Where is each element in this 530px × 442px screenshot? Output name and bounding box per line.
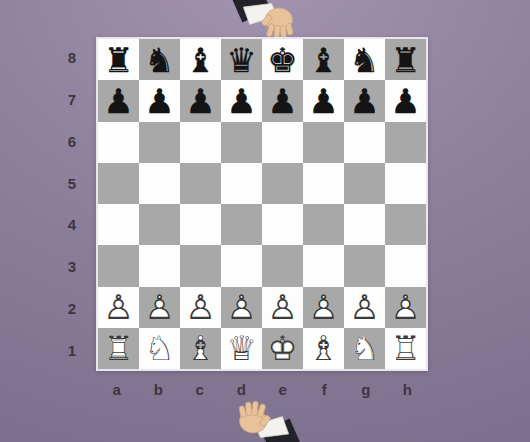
square-a5[interactable] [98,163,139,204]
file-label-f: f [304,374,346,404]
piece-white-king[interactable]: ♚♔ [262,328,303,369]
app-background: { "game": "chess", "position": { "fen": … [0,0,530,442]
square-e1[interactable]: ♚♔ [262,328,303,369]
square-e8[interactable]: ♚ [262,39,303,80]
square-e7[interactable]: ♟ [262,80,303,121]
piece-black-pawn[interactable]: ♟ [385,80,426,121]
square-e2[interactable]: ♟♙ [262,287,303,328]
square-h2[interactable]: ♟♙ [385,287,426,328]
piece-black-pawn[interactable]: ♟ [180,80,221,121]
square-g1[interactable]: ♞♘ [344,328,385,369]
piece-black-bishop[interactable]: ♝ [180,39,221,80]
piece-black-pawn[interactable]: ♟ [139,80,180,121]
square-a1[interactable]: ♜♖ [98,328,139,369]
square-d1[interactable]: ♛♕ [221,328,262,369]
piece-black-knight[interactable]: ♞ [139,39,180,80]
square-c1[interactable]: ♝♗ [180,328,221,369]
chess-board: ♜♞♝♛♚♝♞♜♟♟♟♟♟♟♟♟♟♙♟♙♟♙♟♙♟♙♟♙♟♙♟♙♜♖♞♘♝♗♛♕… [96,37,428,371]
square-f6[interactable] [303,122,344,163]
rank-label-8: 8 [56,37,88,79]
square-e4[interactable] [262,204,303,245]
rank-label-2: 2 [56,288,88,330]
rank-label-5: 5 [56,162,88,204]
square-f5[interactable] [303,163,344,204]
square-d3[interactable] [221,245,262,286]
rank-label-6: 6 [56,121,88,163]
square-c5[interactable] [180,163,221,204]
square-g2[interactable]: ♟♙ [344,287,385,328]
piece-white-bishop[interactable]: ♝♗ [180,328,221,369]
square-b2[interactable]: ♟♙ [139,287,180,328]
square-e5[interactable] [262,163,303,204]
square-h6[interactable] [385,122,426,163]
piece-white-bishop[interactable]: ♝♗ [303,328,344,369]
piece-white-pawn[interactable]: ♟♙ [98,287,139,328]
square-c7[interactable]: ♟ [180,80,221,121]
piece-white-pawn[interactable]: ♟♙ [262,287,303,328]
square-h8[interactable]: ♜ [385,39,426,80]
square-g8[interactable]: ♞ [344,39,385,80]
square-e6[interactable] [262,122,303,163]
rank-label-1: 1 [56,329,88,371]
square-a8[interactable]: ♜ [98,39,139,80]
square-c4[interactable] [180,204,221,245]
piece-white-pawn[interactable]: ♟♙ [385,287,426,328]
square-b5[interactable] [139,163,180,204]
piece-white-knight[interactable]: ♞♘ [344,328,385,369]
piece-white-pawn[interactable]: ♟♙ [221,287,262,328]
square-c8[interactable]: ♝ [180,39,221,80]
square-a3[interactable] [98,245,139,286]
rank-labels: 87654321 [56,37,88,371]
piece-black-bishop[interactable]: ♝ [303,39,344,80]
finger-shape [245,402,251,416]
rank-label-7: 7 [56,79,88,121]
file-label-c: c [179,374,221,404]
square-e3[interactable] [262,245,303,286]
square-a4[interactable] [98,204,139,245]
square-g7[interactable]: ♟ [344,80,385,121]
square-d6[interactable] [221,122,262,163]
piece-black-king[interactable]: ♚ [262,39,303,80]
square-b3[interactable] [139,245,180,286]
opponent-hand-icon [226,0,308,41]
square-b1[interactable]: ♞♘ [139,328,180,369]
square-g3[interactable] [344,245,385,286]
square-b6[interactable] [139,122,180,163]
piece-white-rook[interactable]: ♜♖ [385,328,426,369]
piece-white-rook[interactable]: ♜♖ [98,328,139,369]
square-f8[interactable]: ♝ [303,39,344,80]
piece-white-pawn[interactable]: ♟♙ [180,287,221,328]
square-c6[interactable] [180,122,221,163]
square-d5[interactable] [221,163,262,204]
piece-white-pawn[interactable]: ♟♙ [344,287,385,328]
square-b4[interactable] [139,204,180,245]
piece-black-pawn[interactable]: ♟ [98,80,139,121]
file-label-h: h [387,374,429,404]
piece-black-pawn[interactable]: ♟ [303,80,344,121]
square-g6[interactable] [344,122,385,163]
square-h1[interactable]: ♜♖ [385,328,426,369]
file-label-a: a [96,374,138,404]
finger-shape [286,23,294,36]
square-h4[interactable] [385,204,426,245]
finger-shape [239,405,247,418]
square-b7[interactable]: ♟ [139,80,180,121]
piece-white-pawn[interactable]: ♟♙ [139,287,180,328]
rank-label-3: 3 [56,246,88,288]
piece-white-pawn[interactable]: ♟♙ [303,287,344,328]
piece-white-knight[interactable]: ♞♘ [139,328,180,369]
square-d7[interactable]: ♟ [221,80,262,121]
piece-white-queen[interactable]: ♛♕ [221,328,262,369]
piece-black-pawn[interactable]: ♟ [221,80,262,121]
square-f7[interactable]: ♟ [303,80,344,121]
file-label-g: g [345,374,387,404]
piece-black-knight[interactable]: ♞ [344,39,385,80]
square-f4[interactable] [303,204,344,245]
piece-black-rook[interactable]: ♜ [385,39,426,80]
player-hand-icon [224,400,306,442]
square-d8[interactable]: ♛ [221,39,262,80]
square-c2[interactable]: ♟♙ [180,287,221,328]
square-g5[interactable] [344,163,385,204]
square-h7[interactable]: ♟ [385,80,426,121]
rank-label-4: 4 [56,204,88,246]
piece-black-pawn[interactable]: ♟ [344,80,385,121]
square-d2[interactable]: ♟♙ [221,287,262,328]
square-c3[interactable] [180,245,221,286]
square-f3[interactable] [303,245,344,286]
square-a2[interactable]: ♟♙ [98,287,139,328]
piece-black-queen[interactable]: ♛ [221,39,262,80]
square-f1[interactable]: ♝♗ [303,328,344,369]
square-a7[interactable]: ♟ [98,80,139,121]
piece-black-pawn[interactable]: ♟ [262,80,303,121]
square-h5[interactable] [385,163,426,204]
file-label-b: b [138,374,180,404]
square-g4[interactable] [344,204,385,245]
square-h3[interactable] [385,245,426,286]
square-d4[interactable] [221,204,262,245]
square-f2[interactable]: ♟♙ [303,287,344,328]
square-b8[interactable]: ♞ [139,39,180,80]
piece-black-rook[interactable]: ♜ [98,39,139,80]
square-a6[interactable] [98,122,139,163]
